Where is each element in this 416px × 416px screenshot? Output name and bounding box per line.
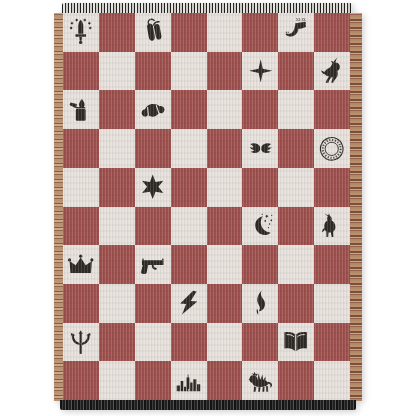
square-r9c7 (278, 323, 314, 362)
square-r5c7 (278, 168, 314, 207)
square-r7c2 (99, 245, 135, 284)
square-r10c4 (171, 361, 207, 400)
square-r9c2 (99, 323, 135, 362)
square-r3c3 (135, 90, 171, 129)
square-r6c3 (135, 207, 171, 246)
square-r1c4 (171, 13, 207, 52)
sword-stars-icon (66, 16, 95, 48)
checkerboard: XI·IX (63, 13, 350, 400)
square-r5c6 (242, 168, 278, 207)
square-r9c4 (171, 323, 207, 362)
square-r1c6 (242, 13, 278, 52)
pointe-shoes-icon (138, 16, 167, 48)
square-r5c5 (207, 168, 243, 207)
square-r2c3 (135, 52, 171, 91)
square-r6c6 (242, 207, 278, 246)
square-r6c5 (207, 207, 243, 246)
square-r1c8 (314, 13, 350, 52)
woven-blanket: XI·IX (54, 3, 362, 410)
square-r10c8 (314, 361, 350, 400)
trident-icon (66, 326, 95, 358)
square-r8c2 (99, 284, 135, 323)
square-r8c7 (278, 284, 314, 323)
howling-wolf-icon (317, 210, 346, 242)
lighter-icon (66, 94, 95, 126)
square-r8c1 (63, 284, 99, 323)
square-r3c2 (99, 90, 135, 129)
square-r1c1 (63, 13, 99, 52)
square-r8c4 (171, 284, 207, 323)
square-r3c6 (242, 90, 278, 129)
square-r10c5 (207, 361, 243, 400)
square-r10c6 (242, 361, 278, 400)
unicorn-icon (317, 55, 346, 87)
square-r6c4 (171, 207, 207, 246)
square-r1c5 (207, 13, 243, 52)
square-r6c1 (63, 207, 99, 246)
square-r10c2 (99, 361, 135, 400)
square-r7c5 (207, 245, 243, 284)
square-r2c4 (171, 52, 207, 91)
square-r1c3 (135, 13, 171, 52)
square-r5c8 (314, 168, 350, 207)
square-r3c7 (278, 90, 314, 129)
square-r3c5 (207, 90, 243, 129)
square-r4c8 (314, 129, 350, 168)
square-r3c1 (63, 90, 99, 129)
square-r10c7 (278, 361, 314, 400)
square-r9c1 (63, 323, 99, 362)
fringe-left (54, 13, 63, 401)
griffin-icon (246, 365, 275, 397)
square-r6c7 (278, 207, 314, 246)
square-r8c8 (314, 284, 350, 323)
fringe-top (62, 3, 352, 13)
square-r5c3 (135, 168, 171, 207)
square-r5c4 (171, 168, 207, 207)
horn-marking-text: XI·IX (297, 17, 307, 22)
square-r9c8 (314, 323, 350, 362)
square-r5c2 (99, 168, 135, 207)
crown-icon (66, 249, 95, 281)
open-book-icon (281, 326, 310, 358)
square-r8c6 (242, 284, 278, 323)
square-r2c7 (278, 52, 314, 91)
square-r4c7 (278, 129, 314, 168)
square-r1c7: XI·IX (278, 13, 314, 52)
square-r9c6 (242, 323, 278, 362)
sparkle-icon (246, 55, 275, 87)
flame-icon (246, 287, 275, 319)
fringe-bottom (60, 400, 356, 410)
croissant-icon (138, 94, 167, 126)
city-skyline-icon (174, 365, 203, 397)
square-r7c1 (63, 245, 99, 284)
square-r9c5 (207, 323, 243, 362)
square-r2c1 (63, 52, 99, 91)
drinking-horn-icon: XI·IX (281, 16, 310, 48)
fringe-right (350, 13, 362, 401)
square-r2c8 (314, 52, 350, 91)
square-r5c1 (63, 168, 99, 207)
square-r8c3 (135, 284, 171, 323)
square-r4c3 (135, 129, 171, 168)
square-r10c3 (135, 361, 171, 400)
moon-and-stars-icon (246, 210, 275, 242)
six-pointed-star-icon (138, 171, 167, 203)
square-r4c4 (171, 129, 207, 168)
square-r9c3 (135, 323, 171, 362)
square-r7c4 (171, 245, 207, 284)
square-r10c1 (63, 361, 99, 400)
square-r4c6 (242, 129, 278, 168)
square-r1c2 (99, 13, 135, 52)
square-r2c2 (99, 52, 135, 91)
square-r6c2 (99, 207, 135, 246)
postmark-stamp-icon (317, 133, 346, 165)
square-r7c7 (278, 245, 314, 284)
square-r7c8 (314, 245, 350, 284)
square-r3c4 (171, 90, 207, 129)
square-r4c2 (99, 129, 135, 168)
angel-wings-icon (246, 133, 275, 165)
square-r3c8 (314, 90, 350, 129)
square-r4c1 (63, 129, 99, 168)
lightning-bolt-icon (174, 287, 203, 319)
square-r7c3 (135, 245, 171, 284)
square-r6c8 (314, 207, 350, 246)
square-r8c5 (207, 284, 243, 323)
square-r7c6 (242, 245, 278, 284)
square-r4c5 (207, 129, 243, 168)
product-photo: XI·IX (0, 0, 416, 416)
pistol-icon (138, 249, 167, 281)
square-r2c6 (242, 52, 278, 91)
square-r2c5 (207, 52, 243, 91)
